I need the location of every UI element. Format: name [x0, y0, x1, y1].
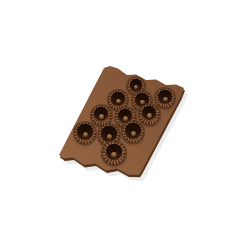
cavity-dome — [83, 132, 88, 137]
cavity-dome — [107, 134, 112, 139]
mold-cavity — [74, 122, 96, 144]
cavity-dome — [99, 114, 104, 119]
cavity-dome — [116, 99, 121, 104]
mold-cavity — [102, 141, 126, 165]
cavity-dome — [123, 116, 128, 121]
cavity-dome — [147, 113, 152, 118]
cavity-dome — [140, 100, 145, 105]
product-photo — [0, 0, 250, 250]
mold-cavity — [139, 104, 160, 125]
mold-cavity — [122, 121, 144, 143]
mold-cavity — [155, 88, 175, 108]
cavity-dome — [131, 131, 136, 136]
cavity-dome — [163, 97, 168, 102]
mold-cavity — [91, 105, 112, 126]
